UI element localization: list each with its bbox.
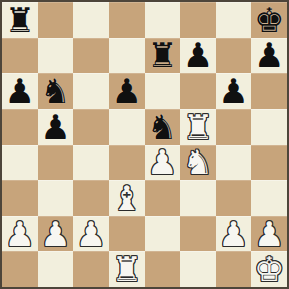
square-c6[interactable]: [73, 73, 109, 109]
square-f3[interactable]: [180, 180, 216, 216]
square-f1[interactable]: [180, 251, 216, 287]
square-c2[interactable]: ♟: [73, 216, 109, 252]
piece-white-bishop[interactable]: ♝: [111, 181, 141, 215]
square-d2[interactable]: [109, 216, 145, 252]
square-f5[interactable]: ♜: [180, 109, 216, 145]
piece-white-king[interactable]: ♚: [254, 252, 284, 286]
piece-white-pawn[interactable]: ♟: [40, 217, 70, 251]
piece-black-pawn[interactable]: ♟: [254, 38, 284, 72]
piece-black-pawn[interactable]: ♟: [40, 110, 70, 144]
square-d4[interactable]: [109, 145, 145, 181]
square-b3[interactable]: [38, 180, 74, 216]
piece-black-pawn[interactable]: ♟: [183, 38, 213, 72]
square-g7[interactable]: [216, 38, 252, 74]
square-d1[interactable]: ♜: [109, 251, 145, 287]
piece-black-knight[interactable]: ♞: [147, 110, 177, 144]
piece-white-rook[interactable]: ♜: [183, 110, 213, 144]
square-a5[interactable]: [2, 109, 38, 145]
piece-white-knight[interactable]: ♞: [183, 145, 213, 179]
square-d8[interactable]: [109, 2, 145, 38]
square-g8[interactable]: [216, 2, 252, 38]
square-h3[interactable]: [251, 180, 287, 216]
square-e6[interactable]: [145, 73, 181, 109]
piece-white-pawn[interactable]: ♟: [5, 217, 35, 251]
square-f4[interactable]: ♞: [180, 145, 216, 181]
square-f7[interactable]: ♟: [180, 38, 216, 74]
square-h1[interactable]: ♚: [251, 251, 287, 287]
square-d6[interactable]: ♟: [109, 73, 145, 109]
square-g1[interactable]: [216, 251, 252, 287]
square-d7[interactable]: [109, 38, 145, 74]
square-f2[interactable]: [180, 216, 216, 252]
piece-black-pawn[interactable]: ♟: [111, 74, 141, 108]
square-e5[interactable]: ♞: [145, 109, 181, 145]
piece-white-pawn[interactable]: ♟: [147, 145, 177, 179]
square-a1[interactable]: [2, 251, 38, 287]
piece-black-pawn[interactable]: ♟: [218, 74, 248, 108]
square-b6[interactable]: ♞: [38, 73, 74, 109]
square-a3[interactable]: [2, 180, 38, 216]
square-e8[interactable]: [145, 2, 181, 38]
square-a7[interactable]: [2, 38, 38, 74]
square-c5[interactable]: [73, 109, 109, 145]
square-b2[interactable]: ♟: [38, 216, 74, 252]
square-e7[interactable]: ♜: [145, 38, 181, 74]
square-c7[interactable]: [73, 38, 109, 74]
square-e2[interactable]: [145, 216, 181, 252]
piece-black-rook[interactable]: ♜: [5, 3, 35, 37]
square-c8[interactable]: [73, 2, 109, 38]
piece-white-rook[interactable]: ♜: [111, 252, 141, 286]
square-g2[interactable]: ♟: [216, 216, 252, 252]
square-b4[interactable]: [38, 145, 74, 181]
square-d3[interactable]: ♝: [109, 180, 145, 216]
piece-white-pawn[interactable]: ♟: [76, 217, 106, 251]
square-c4[interactable]: [73, 145, 109, 181]
square-h2[interactable]: ♟: [251, 216, 287, 252]
piece-white-pawn[interactable]: ♟: [254, 217, 284, 251]
square-b8[interactable]: [38, 2, 74, 38]
square-b7[interactable]: [38, 38, 74, 74]
square-f8[interactable]: [180, 2, 216, 38]
square-f6[interactable]: [180, 73, 216, 109]
square-a4[interactable]: [2, 145, 38, 181]
square-g6[interactable]: ♟: [216, 73, 252, 109]
square-h5[interactable]: [251, 109, 287, 145]
square-b5[interactable]: ♟: [38, 109, 74, 145]
square-g4[interactable]: [216, 145, 252, 181]
square-a2[interactable]: ♟: [2, 216, 38, 252]
square-e1[interactable]: [145, 251, 181, 287]
square-g3[interactable]: [216, 180, 252, 216]
piece-black-rook[interactable]: ♜: [147, 38, 177, 72]
piece-black-pawn[interactable]: ♟: [5, 74, 35, 108]
piece-black-knight[interactable]: ♞: [40, 74, 70, 108]
square-a8[interactable]: ♜: [2, 2, 38, 38]
square-b1[interactable]: [38, 251, 74, 287]
square-c3[interactable]: [73, 180, 109, 216]
piece-black-king[interactable]: ♚: [254, 3, 284, 37]
square-e3[interactable]: [145, 180, 181, 216]
square-e4[interactable]: ♟: [145, 145, 181, 181]
piece-white-pawn[interactable]: ♟: [218, 217, 248, 251]
square-d5[interactable]: [109, 109, 145, 145]
square-h7[interactable]: ♟: [251, 38, 287, 74]
square-a6[interactable]: ♟: [2, 73, 38, 109]
chess-board: ♜♚♜♟♟♟♞♟♟♟♞♜♟♞♝♟♟♟♟♟♜♚: [0, 0, 289, 289]
square-h6[interactable]: [251, 73, 287, 109]
square-h8[interactable]: ♚: [251, 2, 287, 38]
square-h4[interactable]: [251, 145, 287, 181]
square-c1[interactable]: [73, 251, 109, 287]
square-g5[interactable]: [216, 109, 252, 145]
